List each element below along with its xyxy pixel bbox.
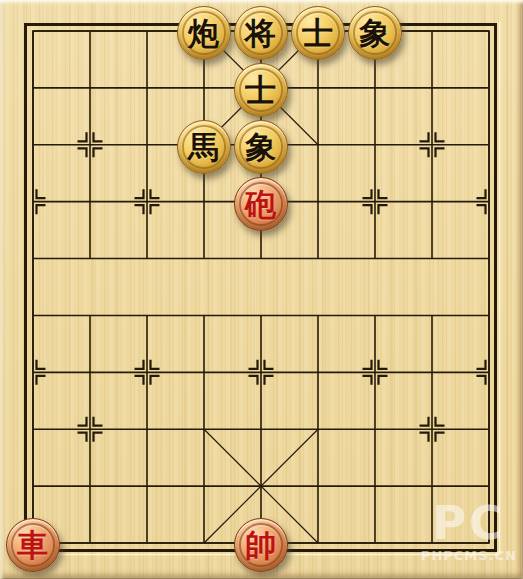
board-point-6-0[interactable]: 象 [346,3,403,60]
board-point-6-4[interactable] [346,231,403,288]
red-chariot-piece[interactable]: 車 [6,518,60,572]
board-point-0-7[interactable] [4,401,61,458]
board-point-0-4[interactable] [4,231,61,288]
board-point-8-4[interactable] [460,231,517,288]
board-point-4-9[interactable]: 帥 [232,515,289,572]
board-point-1-2[interactable] [61,117,118,174]
board-point-2-2[interactable] [118,117,175,174]
board-point-4-5[interactable] [232,287,289,344]
board-point-0-8[interactable] [4,458,61,515]
piece-character: 馬 [188,132,219,163]
board-point-0-2[interactable] [4,117,61,174]
board-point-7-9[interactable] [403,515,460,572]
xiangqi-app: 炮将士象士馬象砲車帥 PC PHPCMS.CN [0,0,523,579]
piece-character: 士 [302,18,333,49]
board-point-4-0[interactable]: 将 [232,3,289,60]
board-point-5-1[interactable] [289,60,346,117]
black-general-piece[interactable]: 将 [234,6,288,60]
board-point-4-1[interactable]: 士 [232,60,289,117]
board-point-1-6[interactable] [61,344,118,401]
black-cannon-piece[interactable]: 炮 [177,6,231,60]
board-point-0-1[interactable] [4,60,61,117]
board-point-3-6[interactable] [175,344,232,401]
piece-character: 象 [245,132,276,163]
board-point-1-8[interactable] [61,458,118,515]
board-point-6-3[interactable] [346,174,403,231]
red-cannon-piece[interactable]: 砲 [234,177,288,231]
black-horse-piece[interactable]: 馬 [177,120,231,174]
board-point-8-0[interactable] [460,3,517,60]
black-elephant-piece[interactable]: 象 [348,6,402,60]
board-point-2-6[interactable] [118,344,175,401]
board-point-4-8[interactable] [232,458,289,515]
black-elephant-piece[interactable]: 象 [234,120,288,174]
board-point-3-7[interactable] [175,401,232,458]
board-point-8-6[interactable] [460,344,517,401]
board-point-5-3[interactable] [289,174,346,231]
board-point-1-7[interactable] [61,401,118,458]
board-point-6-5[interactable] [346,287,403,344]
board-point-4-4[interactable] [232,231,289,288]
board-point-0-0[interactable] [4,3,61,60]
board-point-0-9[interactable]: 車 [4,515,61,572]
board-point-6-8[interactable] [346,458,403,515]
board-point-8-8[interactable] [460,458,517,515]
board-point-7-3[interactable] [403,174,460,231]
xiangqi-board: 炮将士象士馬象砲車帥 PC PHPCMS.CN [0,0,523,579]
piece-character: 炮 [188,18,219,49]
board-point-7-0[interactable] [403,3,460,60]
board-point-2-9[interactable] [118,515,175,572]
board-point-3-1[interactable] [175,60,232,117]
board-point-3-4[interactable] [175,231,232,288]
board-point-8-5[interactable] [460,287,517,344]
piece-character: 車 [17,530,48,561]
board-point-6-7[interactable] [346,401,403,458]
board-point-5-9[interactable] [289,515,346,572]
red-general-piece[interactable]: 帥 [234,518,288,572]
board-point-7-6[interactable] [403,344,460,401]
board-point-2-1[interactable] [118,60,175,117]
board-point-4-7[interactable] [232,401,289,458]
board-point-1-4[interactable] [61,231,118,288]
board-point-7-8[interactable] [403,458,460,515]
board-point-2-3[interactable] [118,174,175,231]
board-point-8-2[interactable] [460,117,517,174]
board-point-4-2[interactable]: 象 [232,117,289,174]
board-point-5-7[interactable] [289,401,346,458]
board-point-1-5[interactable] [61,287,118,344]
board-point-2-8[interactable] [118,458,175,515]
board-point-5-5[interactable] [289,287,346,344]
board-point-4-6[interactable] [232,344,289,401]
board-point-3-8[interactable] [175,458,232,515]
board-point-3-2[interactable]: 馬 [175,117,232,174]
board-point-2-0[interactable] [118,3,175,60]
board-point-7-7[interactable] [403,401,460,458]
board-point-0-5[interactable] [4,287,61,344]
board-point-0-6[interactable] [4,344,61,401]
board-point-8-1[interactable] [460,60,517,117]
board-point-7-4[interactable] [403,231,460,288]
board-point-0-3[interactable] [4,174,61,231]
board-point-3-0[interactable]: 炮 [175,3,232,60]
board-point-2-7[interactable] [118,401,175,458]
board-point-8-7[interactable] [460,401,517,458]
board-point-1-1[interactable] [61,60,118,117]
board-point-1-9[interactable] [61,515,118,572]
piece-character: 象 [359,18,390,49]
board-point-6-6[interactable] [346,344,403,401]
board-point-7-1[interactable] [403,60,460,117]
board-point-8-9[interactable] [460,515,517,572]
board-point-5-4[interactable] [289,231,346,288]
board-point-7-5[interactable] [403,287,460,344]
piece-character: 帥 [245,530,276,561]
piece-character: 士 [245,75,276,106]
board-point-5-6[interactable] [289,344,346,401]
board-point-2-4[interactable] [118,231,175,288]
board-point-3-3[interactable] [175,174,232,231]
black-advisor-piece[interactable]: 士 [291,6,345,60]
board-point-3-9[interactable] [175,515,232,572]
piece-character: 将 [245,18,276,49]
board-point-4-3[interactable]: 砲 [232,174,289,231]
board-point-1-3[interactable] [61,174,118,231]
board-point-5-8[interactable] [289,458,346,515]
piece-character: 砲 [245,189,276,220]
board-point-1-0[interactable] [61,3,118,60]
board-points-grid: 炮将士象士馬象砲車帥 [4,3,517,572]
board-point-6-2[interactable] [346,117,403,174]
board-point-7-2[interactable] [403,117,460,174]
board-point-8-3[interactable] [460,174,517,231]
board-point-5-0[interactable]: 士 [289,3,346,60]
black-advisor-piece[interactable]: 士 [234,63,288,117]
board-point-5-2[interactable] [289,117,346,174]
board-point-6-1[interactable] [346,60,403,117]
board-point-2-5[interactable] [118,287,175,344]
board-point-3-5[interactable] [175,287,232,344]
board-point-6-9[interactable] [346,515,403,572]
